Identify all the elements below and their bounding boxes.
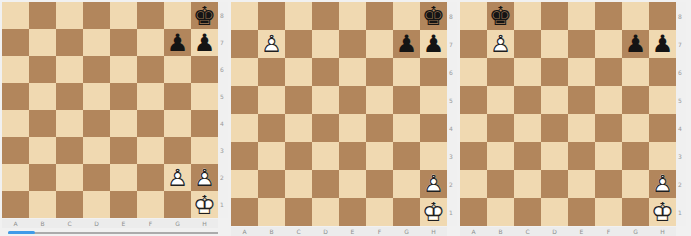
square-d5[interactable] [312, 86, 339, 114]
square-a3[interactable] [2, 137, 29, 164]
square-h3[interactable] [191, 137, 218, 164]
square-b7[interactable]: ♟♙ [258, 30, 285, 58]
square-d7[interactable] [83, 29, 110, 56]
rank-labels-3: 87654321 [676, 2, 686, 226]
black-king-piece[interactable]: ♚ [193, 3, 216, 29]
square-a2[interactable] [460, 170, 487, 198]
board-panel-3: ♚♟♙♟♟♟♙♚♔ 87654321 ABCDEFGH [460, 2, 686, 236]
square-c2[interactable] [514, 170, 541, 198]
square-g8[interactable] [164, 2, 191, 29]
rank-label-5: 5 [218, 83, 228, 110]
square-e2[interactable] [568, 170, 595, 198]
rank-label-3: 3 [676, 142, 686, 170]
square-b5[interactable] [29, 83, 56, 110]
square-c2[interactable] [56, 164, 83, 191]
file-label-g: G [164, 219, 191, 228]
square-h6[interactable] [420, 58, 447, 86]
rank-label-6: 6 [447, 58, 457, 86]
square-c8[interactable] [514, 2, 541, 30]
file-label-b: B [487, 227, 514, 236]
square-b5[interactable] [258, 86, 285, 114]
rank-label-6: 6 [676, 58, 686, 86]
square-b2[interactable] [487, 170, 514, 198]
square-b8[interactable] [29, 2, 56, 29]
square-b8[interactable]: ♚ [487, 2, 514, 30]
file-label-e: E [568, 227, 595, 236]
square-g8[interactable] [393, 2, 420, 30]
white-pawn-outline-glyph: ♙ [167, 164, 189, 191]
square-c1[interactable] [514, 198, 541, 226]
square-e4[interactable] [339, 114, 366, 142]
square-a8[interactable] [231, 2, 258, 30]
square-b8[interactable] [258, 2, 285, 30]
square-g6[interactable] [393, 58, 420, 86]
square-c6[interactable] [514, 58, 541, 86]
white-pawn-piece[interactable]: ♟♙ [490, 32, 512, 56]
square-f7[interactable] [595, 30, 622, 58]
square-f2[interactable] [595, 170, 622, 198]
white-king-outline-glyph: ♔ [651, 198, 674, 226]
white-king-piece[interactable]: ♚♔ [193, 192, 216, 218]
square-f6[interactable] [595, 58, 622, 86]
square-f4[interactable] [366, 114, 393, 142]
square-h3[interactable] [420, 142, 447, 170]
black-pawn-piece[interactable]: ♟ [167, 31, 189, 55]
square-d1[interactable] [83, 191, 110, 218]
square-a4[interactable] [231, 114, 258, 142]
white-king-piece[interactable]: ♚♔ [651, 199, 674, 225]
rank-label-1: 1 [218, 191, 228, 218]
square-f8[interactable] [595, 2, 622, 30]
square-g1[interactable] [164, 191, 191, 218]
square-g5[interactable] [622, 86, 649, 114]
file-label-f: F [137, 219, 164, 228]
square-c4[interactable] [56, 110, 83, 137]
square-e3[interactable] [339, 142, 366, 170]
square-b2[interactable] [29, 164, 56, 191]
square-f4[interactable] [595, 114, 622, 142]
square-h8[interactable]: ♚ [191, 2, 218, 29]
file-label-h: H [649, 227, 676, 236]
white-pawn-outline-glyph: ♙ [194, 164, 216, 191]
square-d2[interactable] [541, 170, 568, 198]
square-a5[interactable] [231, 86, 258, 114]
rank-label-6: 6 [218, 56, 228, 83]
square-b3[interactable] [487, 142, 514, 170]
move-slider[interactable] [2, 230, 218, 236]
square-b4[interactable] [487, 114, 514, 142]
square-d7[interactable] [312, 30, 339, 58]
file-label-a: A [231, 227, 258, 236]
file-label-f: F [366, 227, 393, 236]
square-h4[interactable] [420, 114, 447, 142]
square-g7[interactable]: ♟ [164, 29, 191, 56]
square-h5[interactable] [420, 86, 447, 114]
square-c2[interactable] [285, 170, 312, 198]
square-g7[interactable]: ♟ [622, 30, 649, 58]
square-e2[interactable] [110, 164, 137, 191]
square-c6[interactable] [285, 58, 312, 86]
square-a5[interactable] [460, 86, 487, 114]
square-b1[interactable] [29, 191, 56, 218]
square-e4[interactable] [110, 110, 137, 137]
square-e6[interactable] [568, 58, 595, 86]
rank-label-8: 8 [218, 2, 228, 29]
square-d1[interactable] [312, 198, 339, 226]
square-a7[interactable] [460, 30, 487, 58]
square-f6[interactable] [137, 56, 164, 83]
square-a6[interactable] [460, 58, 487, 86]
square-e8[interactable] [110, 2, 137, 29]
square-h6[interactable] [191, 56, 218, 83]
file-labels-3: ABCDEFGH [460, 227, 676, 236]
black-pawn-piece[interactable]: ♟ [194, 31, 216, 55]
rank-label-7: 7 [218, 29, 228, 56]
file-label-a: A [2, 219, 29, 228]
square-e1[interactable] [568, 198, 595, 226]
square-a7[interactable] [231, 30, 258, 58]
white-king-outline-glyph: ♔ [193, 191, 216, 218]
white-pawn-outline-glyph: ♙ [261, 30, 283, 58]
black-pawn-piece[interactable]: ♟ [652, 32, 674, 56]
square-c6[interactable] [56, 56, 83, 83]
rank-label-1: 1 [676, 198, 686, 226]
square-a7[interactable] [2, 29, 29, 56]
square-e1[interactable] [339, 198, 366, 226]
square-g6[interactable] [164, 56, 191, 83]
square-g1[interactable] [622, 198, 649, 226]
square-g4[interactable] [622, 114, 649, 142]
file-label-d: D [312, 227, 339, 236]
rank-label-5: 5 [447, 86, 457, 114]
white-pawn-piece[interactable]: ♟♙ [423, 172, 445, 196]
square-a4[interactable] [460, 114, 487, 142]
white-pawn-piece[interactable]: ♟♙ [194, 166, 216, 190]
board-panel-1: ♚♟♟♟♙♟♙♚♔ 87654321 ABCDEFGH [2, 2, 228, 236]
square-b7[interactable] [29, 29, 56, 56]
square-d8[interactable] [541, 2, 568, 30]
square-c1[interactable] [56, 191, 83, 218]
square-f8[interactable] [366, 2, 393, 30]
square-c5[interactable] [514, 86, 541, 114]
square-h7[interactable]: ♟ [191, 29, 218, 56]
square-a1[interactable] [460, 198, 487, 226]
rank-label-3: 3 [447, 142, 457, 170]
square-f5[interactable] [595, 86, 622, 114]
square-g2[interactable] [393, 170, 420, 198]
square-e2[interactable] [339, 170, 366, 198]
white-pawn-outline-glyph: ♙ [652, 170, 674, 198]
square-a4[interactable] [2, 110, 29, 137]
square-d3[interactable] [541, 142, 568, 170]
square-e6[interactable] [110, 56, 137, 83]
square-c3[interactable] [285, 142, 312, 170]
square-b5[interactable] [487, 86, 514, 114]
square-b1[interactable] [487, 198, 514, 226]
square-g1[interactable] [393, 198, 420, 226]
square-d2[interactable] [83, 164, 110, 191]
square-f3[interactable] [595, 142, 622, 170]
square-f3[interactable] [137, 137, 164, 164]
rank-label-7: 7 [447, 30, 457, 58]
square-h2[interactable]: ♟♙ [191, 164, 218, 191]
square-f4[interactable] [137, 110, 164, 137]
black-king-piece[interactable]: ♚ [422, 3, 445, 29]
square-h8[interactable]: ♚ [420, 2, 447, 30]
square-e3[interactable] [568, 142, 595, 170]
square-h1[interactable]: ♚♔ [649, 198, 676, 226]
square-h3[interactable] [649, 142, 676, 170]
rank-label-8: 8 [676, 2, 686, 30]
chess-board-1: ♚♟♟♟♙♟♙♚♔ [2, 2, 218, 218]
rank-label-7: 7 [676, 30, 686, 58]
square-c3[interactable] [56, 137, 83, 164]
white-pawn-piece[interactable]: ♟♙ [167, 166, 189, 190]
square-h7[interactable]: ♟ [649, 30, 676, 58]
file-label-e: E [110, 219, 137, 228]
white-pawn-piece[interactable]: ♟♙ [652, 172, 674, 196]
square-g3[interactable] [622, 142, 649, 170]
square-h7[interactable]: ♟ [420, 30, 447, 58]
square-c7[interactable] [514, 30, 541, 58]
square-f2[interactable] [366, 170, 393, 198]
black-pawn-piece[interactable]: ♟ [396, 32, 418, 56]
square-c8[interactable] [285, 2, 312, 30]
square-a6[interactable] [231, 58, 258, 86]
chess-board-3: ♚♟♙♟♟♟♙♚♔ [460, 2, 676, 226]
square-g3[interactable] [164, 137, 191, 164]
file-labels-2: ABCDEFGH [231, 227, 447, 236]
file-label-g: G [393, 227, 420, 236]
square-d4[interactable] [312, 114, 339, 142]
square-h6[interactable] [649, 58, 676, 86]
square-g8[interactable] [622, 2, 649, 30]
file-label-d: D [541, 227, 568, 236]
rank-label-8: 8 [447, 2, 457, 30]
square-a8[interactable] [2, 2, 29, 29]
square-d3[interactable] [83, 137, 110, 164]
square-g4[interactable] [393, 114, 420, 142]
square-c8[interactable] [56, 2, 83, 29]
square-e8[interactable] [568, 2, 595, 30]
square-b4[interactable] [258, 114, 285, 142]
square-h1[interactable]: ♚♔ [420, 198, 447, 226]
square-a1[interactable] [2, 191, 29, 218]
square-e5[interactable] [339, 86, 366, 114]
square-f7[interactable] [137, 29, 164, 56]
square-g6[interactable] [622, 58, 649, 86]
rank-label-2: 2 [447, 170, 457, 198]
square-h1[interactable]: ♚♔ [191, 191, 218, 218]
file-label-e: E [339, 227, 366, 236]
file-label-c: C [285, 227, 312, 236]
square-f5[interactable] [366, 86, 393, 114]
square-f5[interactable] [137, 83, 164, 110]
file-label-a: A [460, 227, 487, 236]
square-d2[interactable] [312, 170, 339, 198]
rank-label-1: 1 [447, 198, 457, 226]
square-c5[interactable] [285, 86, 312, 114]
square-b6[interactable] [29, 56, 56, 83]
square-h5[interactable] [649, 86, 676, 114]
square-f1[interactable] [137, 191, 164, 218]
square-a3[interactable] [460, 142, 487, 170]
rank-labels-1: 87654321 [218, 2, 228, 218]
white-king-outline-glyph: ♔ [422, 198, 445, 226]
rank-label-2: 2 [676, 170, 686, 198]
square-g5[interactable] [164, 83, 191, 110]
square-b6[interactable] [487, 58, 514, 86]
square-f1[interactable] [366, 198, 393, 226]
slider-track-line [8, 232, 218, 234]
square-f8[interactable] [137, 2, 164, 29]
square-c4[interactable] [514, 114, 541, 142]
square-g2[interactable]: ♟♙ [164, 164, 191, 191]
square-d5[interactable] [541, 86, 568, 114]
square-d5[interactable] [83, 83, 110, 110]
white-pawn-piece[interactable]: ♟♙ [261, 32, 283, 56]
square-e7[interactable] [339, 30, 366, 58]
square-f1[interactable] [595, 198, 622, 226]
square-a6[interactable] [2, 56, 29, 83]
black-king-piece[interactable]: ♚ [489, 3, 512, 29]
square-f3[interactable] [366, 142, 393, 170]
square-b3[interactable] [29, 137, 56, 164]
file-label-h: H [191, 219, 218, 228]
white-king-piece[interactable]: ♚♔ [422, 199, 445, 225]
square-c4[interactable] [285, 114, 312, 142]
diagram-strip: ♚♟♟♟♙♟♙♚♔ 87654321 ABCDEFGH ♚♟♙♟♟♟♙♚♔ 87… [0, 0, 691, 236]
black-pawn-piece[interactable]: ♟ [423, 32, 445, 56]
square-d7[interactable] [541, 30, 568, 58]
square-e1[interactable] [110, 191, 137, 218]
rank-label-5: 5 [676, 86, 686, 114]
file-label-d: D [83, 219, 110, 228]
square-e8[interactable] [339, 2, 366, 30]
square-d6[interactable] [541, 58, 568, 86]
square-h2[interactable]: ♟♙ [649, 170, 676, 198]
square-d4[interactable] [83, 110, 110, 137]
square-e3[interactable] [110, 137, 137, 164]
square-f7[interactable] [366, 30, 393, 58]
square-a2[interactable] [231, 170, 258, 198]
square-d1[interactable] [541, 198, 568, 226]
file-label-b: B [29, 219, 56, 228]
square-h4[interactable] [649, 114, 676, 142]
square-a8[interactable] [460, 2, 487, 30]
file-label-g: G [622, 227, 649, 236]
square-a2[interactable] [2, 164, 29, 191]
square-b7[interactable]: ♟♙ [487, 30, 514, 58]
file-label-h: H [420, 227, 447, 236]
square-d8[interactable] [83, 2, 110, 29]
square-e7[interactable] [568, 30, 595, 58]
square-c7[interactable] [285, 30, 312, 58]
square-g5[interactable] [393, 86, 420, 114]
square-h8[interactable] [649, 2, 676, 30]
square-d6[interactable] [312, 58, 339, 86]
white-pawn-outline-glyph: ♙ [423, 170, 445, 198]
square-h2[interactable]: ♟♙ [420, 170, 447, 198]
square-b6[interactable] [258, 58, 285, 86]
square-b1[interactable] [258, 198, 285, 226]
square-c7[interactable] [56, 29, 83, 56]
square-a3[interactable] [231, 142, 258, 170]
rank-label-4: 4 [218, 110, 228, 137]
square-f2[interactable] [137, 164, 164, 191]
rank-label-3: 3 [218, 137, 228, 164]
square-h4[interactable] [191, 110, 218, 137]
square-e4[interactable] [568, 114, 595, 142]
square-c5[interactable] [56, 83, 83, 110]
square-b2[interactable] [258, 170, 285, 198]
chess-board-2: ♚♟♙♟♟♟♙♚♔ [231, 2, 447, 226]
square-d6[interactable] [83, 56, 110, 83]
slider-progress [8, 231, 35, 234]
square-d8[interactable] [312, 2, 339, 30]
black-pawn-piece[interactable]: ♟ [625, 32, 647, 56]
square-a5[interactable] [2, 83, 29, 110]
file-label-c: C [56, 219, 83, 228]
square-e5[interactable] [568, 86, 595, 114]
rank-label-4: 4 [447, 114, 457, 142]
file-label-b: B [258, 227, 285, 236]
square-b4[interactable] [29, 110, 56, 137]
square-f6[interactable] [366, 58, 393, 86]
square-g4[interactable] [164, 110, 191, 137]
file-label-f: F [595, 227, 622, 236]
square-g2[interactable] [622, 170, 649, 198]
square-h5[interactable] [191, 83, 218, 110]
square-a1[interactable] [231, 198, 258, 226]
square-g7[interactable]: ♟ [393, 30, 420, 58]
square-g3[interactable] [393, 142, 420, 170]
rank-label-4: 4 [676, 114, 686, 142]
square-e5[interactable] [110, 83, 137, 110]
rank-label-2: 2 [218, 164, 228, 191]
square-d4[interactable] [541, 114, 568, 142]
square-e6[interactable] [339, 58, 366, 86]
square-d3[interactable] [312, 142, 339, 170]
square-b3[interactable] [258, 142, 285, 170]
file-label-c: C [514, 227, 541, 236]
file-labels-1: ABCDEFGH [2, 219, 218, 228]
square-c3[interactable] [514, 142, 541, 170]
square-e7[interactable] [110, 29, 137, 56]
board-panel-2: ♚♟♙♟♟♟♙♚♔ 87654321 ABCDEFGH [231, 2, 457, 236]
rank-labels-2: 87654321 [447, 2, 457, 226]
square-c1[interactable] [285, 198, 312, 226]
white-pawn-outline-glyph: ♙ [490, 30, 512, 58]
